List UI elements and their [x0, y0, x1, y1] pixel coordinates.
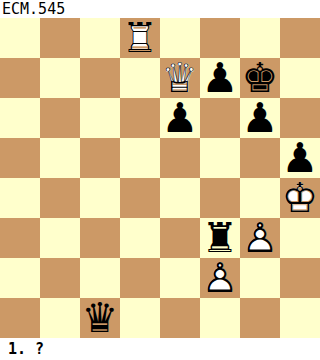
piece-outline-layer: ♙ [200, 258, 240, 298]
square-c5[interactable] [80, 138, 120, 178]
square-d5[interactable] [120, 138, 160, 178]
move-prompt: 1. ? [8, 338, 44, 360]
black-rook-icon: ♜ [200, 218, 240, 258]
square-d7[interactable] [120, 58, 160, 98]
square-c3[interactable] [80, 218, 120, 258]
black-pawn-icon: ♟ [160, 98, 200, 138]
square-g2[interactable] [240, 258, 280, 298]
white-rook-icon: ♜♖ [120, 18, 160, 58]
square-a3[interactable] [0, 218, 40, 258]
square-d3[interactable] [120, 218, 160, 258]
square-e4[interactable] [160, 178, 200, 218]
square-d4[interactable] [120, 178, 160, 218]
square-a2[interactable] [0, 258, 40, 298]
black-pawn-icon: ♟ [240, 98, 280, 138]
piece-outline-layer: ♙ [240, 218, 280, 258]
white-pawn-icon: ♟♙ [240, 218, 280, 258]
piece-solid-layer: ♟ [160, 98, 200, 138]
square-g7[interactable]: ♚ [240, 58, 280, 98]
black-pawn-icon: ♟ [200, 58, 240, 98]
square-d6[interactable] [120, 98, 160, 138]
piece-solid-layer: ♟ [240, 98, 280, 138]
piece-solid-layer: ♟ [200, 58, 240, 98]
square-g1[interactable] [240, 298, 280, 338]
square-c6[interactable] [80, 98, 120, 138]
piece-solid-layer: ♜ [200, 218, 240, 258]
chess-puzzle-screen: ECM.545 ♜♖♛♕♟♚♟♟♟♚♔♜♟♙♟♙♛ 1. ? [0, 0, 320, 360]
white-queen-icon: ♛♕ [160, 58, 200, 98]
square-e1[interactable] [160, 298, 200, 338]
square-d8[interactable]: ♜♖ [120, 18, 160, 58]
square-a6[interactable] [0, 98, 40, 138]
square-g3[interactable]: ♟♙ [240, 218, 280, 258]
square-d1[interactable] [120, 298, 160, 338]
square-c2[interactable] [80, 258, 120, 298]
square-f4[interactable] [200, 178, 240, 218]
piece-outline-layer: ♔ [280, 178, 320, 218]
square-c7[interactable] [80, 58, 120, 98]
square-g4[interactable] [240, 178, 280, 218]
square-a4[interactable] [0, 178, 40, 218]
square-f1[interactable] [200, 298, 240, 338]
black-king-icon: ♚ [240, 58, 280, 98]
square-e2[interactable] [160, 258, 200, 298]
square-h2[interactable] [280, 258, 320, 298]
square-f7[interactable]: ♟ [200, 58, 240, 98]
square-h7[interactable] [280, 58, 320, 98]
square-f2[interactable]: ♟♙ [200, 258, 240, 298]
square-e5[interactable] [160, 138, 200, 178]
white-pawn-icon: ♟♙ [200, 258, 240, 298]
square-e8[interactable] [160, 18, 200, 58]
square-b5[interactable] [40, 138, 80, 178]
square-a5[interactable] [0, 138, 40, 178]
square-c4[interactable] [80, 178, 120, 218]
square-b7[interactable] [40, 58, 80, 98]
square-a7[interactable] [0, 58, 40, 98]
square-b4[interactable] [40, 178, 80, 218]
square-h6[interactable] [280, 98, 320, 138]
square-h5[interactable]: ♟ [280, 138, 320, 178]
square-b2[interactable] [40, 258, 80, 298]
square-b6[interactable] [40, 98, 80, 138]
square-d2[interactable] [120, 258, 160, 298]
white-king-icon: ♚♔ [280, 178, 320, 218]
square-a1[interactable] [0, 298, 40, 338]
piece-solid-layer: ♟ [280, 138, 320, 178]
piece-outline-layer: ♕ [160, 58, 200, 98]
black-pawn-icon: ♟ [280, 138, 320, 178]
square-f8[interactable] [200, 18, 240, 58]
square-f5[interactable] [200, 138, 240, 178]
puzzle-id-label: ECM.545 [2, 1, 65, 18]
square-g6[interactable]: ♟ [240, 98, 280, 138]
square-b3[interactable] [40, 218, 80, 258]
square-h1[interactable] [280, 298, 320, 338]
piece-outline-layer: ♖ [120, 18, 160, 58]
square-e6[interactable]: ♟ [160, 98, 200, 138]
square-g8[interactable] [240, 18, 280, 58]
square-h3[interactable] [280, 218, 320, 258]
square-b1[interactable] [40, 298, 80, 338]
chess-board: ♜♖♛♕♟♚♟♟♟♚♔♜♟♙♟♙♛ [0, 18, 320, 338]
square-e7[interactable]: ♛♕ [160, 58, 200, 98]
square-c1[interactable]: ♛ [80, 298, 120, 338]
piece-solid-layer: ♛ [80, 298, 120, 338]
square-e3[interactable] [160, 218, 200, 258]
black-queen-icon: ♛ [80, 298, 120, 338]
square-a8[interactable] [0, 18, 40, 58]
square-h4[interactable]: ♚♔ [280, 178, 320, 218]
piece-solid-layer: ♚ [240, 58, 280, 98]
square-f3[interactable]: ♜ [200, 218, 240, 258]
square-h8[interactable] [280, 18, 320, 58]
square-f6[interactable] [200, 98, 240, 138]
square-g5[interactable] [240, 138, 280, 178]
square-b8[interactable] [40, 18, 80, 58]
square-c8[interactable] [80, 18, 120, 58]
